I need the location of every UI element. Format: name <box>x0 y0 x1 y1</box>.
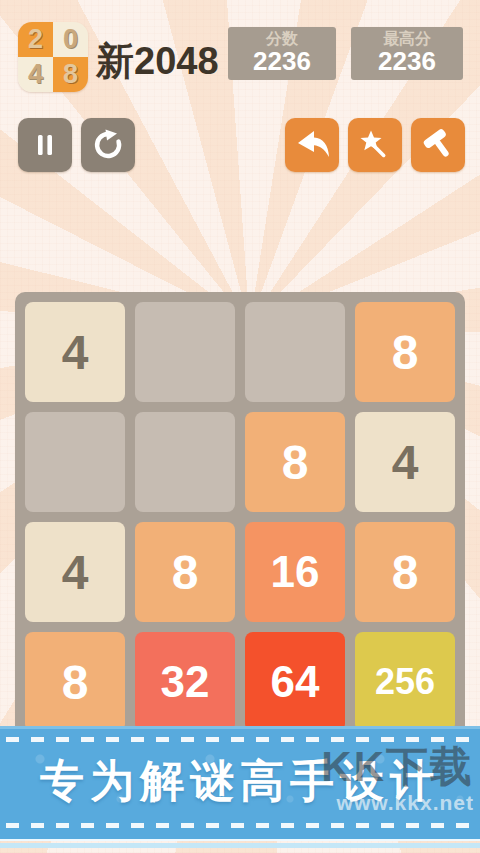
empty-cell <box>245 302 345 402</box>
logo-digit-2: 2 <box>18 22 53 57</box>
tile-4: 4 <box>25 302 125 402</box>
hammer-icon <box>421 128 455 162</box>
best-score-box: 最高分 2236 <box>351 27 463 80</box>
empty-cell <box>25 412 125 512</box>
tile-4: 4 <box>355 412 455 512</box>
board[interactable]: 48844816883264256 <box>15 292 465 742</box>
banner-dashed-line-bottom <box>6 823 474 828</box>
watermark-url: www.kkx.net <box>321 792 474 813</box>
undo-icon <box>294 127 330 163</box>
restart-icon <box>91 128 125 162</box>
tile-8: 8 <box>355 522 455 622</box>
pause-button[interactable] <box>18 118 72 172</box>
undo-button[interactable] <box>285 118 339 172</box>
logo-digit-0: 0 <box>53 22 88 57</box>
banner-bottom-strip <box>0 843 480 848</box>
empty-cell <box>135 302 235 402</box>
tile-4: 4 <box>25 522 125 622</box>
hammer-button[interactable] <box>411 118 465 172</box>
tile-32: 32 <box>135 632 235 732</box>
tile-16: 16 <box>245 522 345 622</box>
empty-cell <box>135 412 235 512</box>
toolbar-left <box>18 118 135 172</box>
watermark: KK下载 www.kkx.net <box>321 746 474 813</box>
best-score-value: 2236 <box>378 48 436 75</box>
app-logo: 2 0 4 8 <box>18 22 88 92</box>
banner-dashed-line-top <box>6 737 474 742</box>
logo-digit-4: 4 <box>18 57 53 92</box>
page-title: 新2048 <box>96 36 219 87</box>
restart-button[interactable] <box>81 118 135 172</box>
magic-wand-button[interactable] <box>348 118 402 172</box>
magic-wand-icon <box>359 129 391 161</box>
pause-icon <box>29 129 61 161</box>
score-box: 分数 2236 <box>228 27 336 80</box>
score-value: 2236 <box>253 48 311 75</box>
tile-256: 256 <box>355 632 455 732</box>
watermark-title: KK下载 <box>321 746 474 788</box>
toolbar-right <box>285 118 465 172</box>
tile-8: 8 <box>355 302 455 402</box>
logo-digit-8: 8 <box>53 57 88 92</box>
tile-8: 8 <box>245 412 345 512</box>
tile-64: 64 <box>245 632 345 732</box>
tile-8: 8 <box>25 632 125 732</box>
tile-8: 8 <box>135 522 235 622</box>
